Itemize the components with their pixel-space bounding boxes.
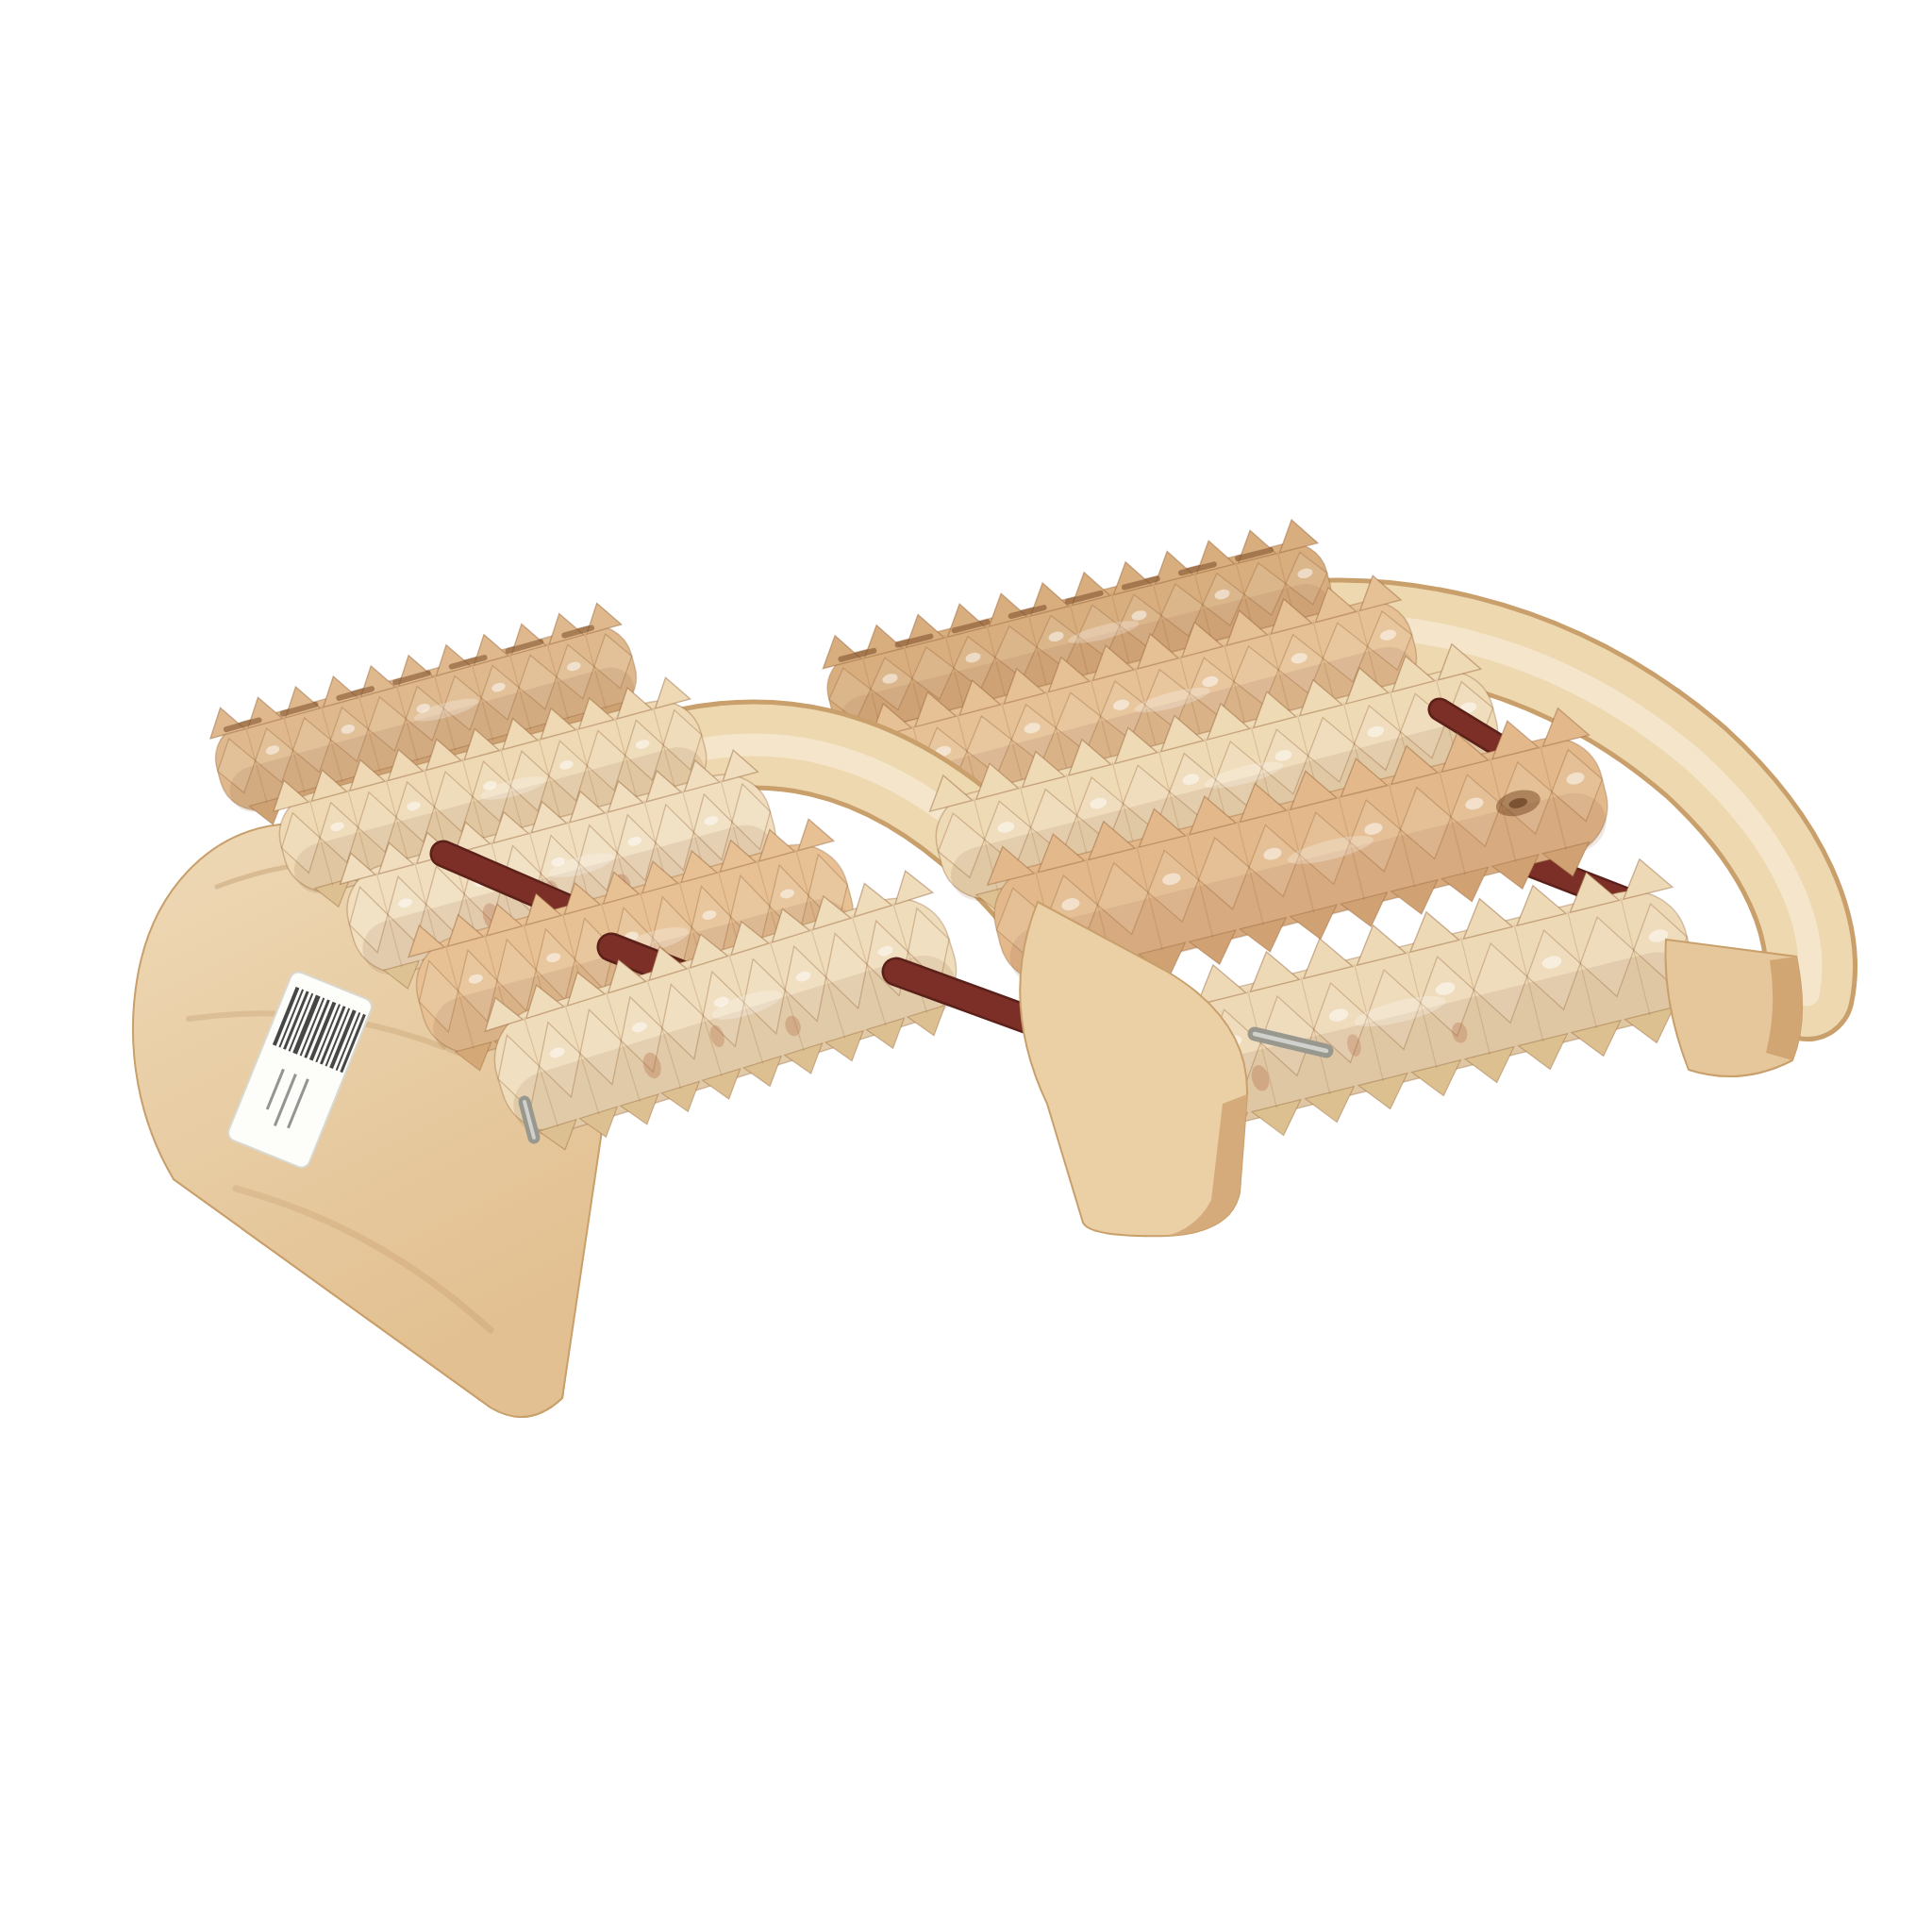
product-photo-stage [0, 0, 1932, 1932]
right-end-panel-leg [1666, 940, 1803, 1076]
product-photo [0, 0, 1932, 1932]
